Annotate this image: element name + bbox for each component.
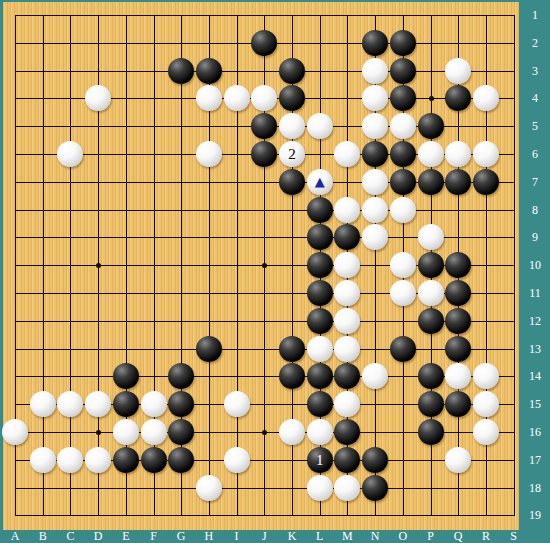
stone-black (390, 336, 416, 362)
stone-white (334, 475, 360, 501)
stone-white (418, 280, 444, 306)
grid-line-horizontal (15, 488, 515, 489)
stone-white (445, 141, 471, 167)
stone-white (362, 363, 388, 389)
stone-white (30, 391, 56, 417)
stone-black (445, 308, 471, 334)
stone-black (307, 197, 333, 223)
stone-black (334, 224, 360, 250)
stone-black (251, 141, 277, 167)
stone-black (307, 280, 333, 306)
stone-black (307, 252, 333, 278)
stone-white (473, 391, 499, 417)
stone-white (334, 141, 360, 167)
stone-white (2, 419, 28, 445)
stone-black (418, 419, 444, 445)
stone-black (307, 224, 333, 250)
stone-black (390, 30, 416, 56)
row-label: 10 (529, 259, 541, 271)
stone-white (141, 391, 167, 417)
row-label: 4 (532, 92, 538, 104)
column-label: K (288, 530, 297, 542)
column-label: J (262, 530, 267, 542)
column-label: Q (454, 530, 463, 542)
stone-black (418, 169, 444, 195)
stone-black (362, 475, 388, 501)
row-label: 19 (529, 509, 541, 521)
stone-black (445, 391, 471, 417)
row-label: 12 (529, 315, 541, 327)
column-label: C (66, 530, 74, 542)
stone-black (141, 447, 167, 473)
row-label: 16 (529, 426, 541, 438)
stone-black (445, 169, 471, 195)
column-label: I (235, 530, 239, 542)
stone-white (85, 85, 111, 111)
stone-black (279, 336, 305, 362)
stone-black (390, 85, 416, 111)
row-label: 1 (532, 9, 538, 21)
stone-white (445, 58, 471, 84)
stone-black (196, 58, 222, 84)
stone-black (390, 169, 416, 195)
hoshi-point (262, 263, 267, 268)
stone-white (418, 224, 444, 250)
move-number-label: 1 (316, 452, 324, 467)
stone-black (168, 391, 194, 417)
stone-black (279, 363, 305, 389)
stone-black (390, 141, 416, 167)
stone-black (473, 169, 499, 195)
row-label: 13 (529, 343, 541, 355)
stone-white (334, 391, 360, 417)
stone-white (307, 113, 333, 139)
stone-black (279, 85, 305, 111)
stone-white (362, 85, 388, 111)
column-label: A (11, 530, 20, 542)
column-label: H (205, 530, 214, 542)
stone-black (113, 363, 139, 389)
column-label: P (427, 530, 434, 542)
stone-white (473, 363, 499, 389)
stone-black (307, 363, 333, 389)
stone-white (196, 141, 222, 167)
stone-white (362, 113, 388, 139)
stone-white (141, 419, 167, 445)
stone-white (196, 85, 222, 111)
row-label: 3 (532, 65, 538, 77)
column-label: N (371, 530, 380, 542)
stone-black (168, 447, 194, 473)
stone-black (113, 447, 139, 473)
stone-black (445, 85, 471, 111)
stone-white (85, 391, 111, 417)
stone-white (30, 447, 56, 473)
stone-white (224, 85, 250, 111)
stone-black (418, 308, 444, 334)
column-label: O (398, 530, 407, 542)
stone-black (418, 363, 444, 389)
column-label: F (150, 530, 157, 542)
stone-black (196, 336, 222, 362)
stone-white (390, 113, 416, 139)
stone-black (168, 363, 194, 389)
stone-black (334, 447, 360, 473)
stone-white (473, 141, 499, 167)
stone-white (334, 197, 360, 223)
stone-black (307, 391, 333, 417)
stone-white (390, 252, 416, 278)
stone-white (196, 475, 222, 501)
move-number-label: 2 (288, 147, 296, 162)
stone-white (362, 197, 388, 223)
hoshi-point (96, 430, 101, 435)
hoshi-point (96, 263, 101, 268)
stone-white (224, 391, 250, 417)
stone-white (279, 419, 305, 445)
stone-white (418, 141, 444, 167)
stone-black (445, 280, 471, 306)
go-board[interactable]: 21▲ABCDEFGHIJKLMNOPQRS123456789101112131… (0, 0, 550, 543)
stone-white (390, 197, 416, 223)
stone-white (334, 252, 360, 278)
column-label: S (510, 530, 517, 542)
grid-line-horizontal (15, 515, 515, 516)
stone-black (390, 58, 416, 84)
stone-white (113, 419, 139, 445)
stone-white (307, 475, 333, 501)
column-label: E (122, 530, 129, 542)
stone-white (334, 308, 360, 334)
stone-black (418, 391, 444, 417)
row-label: 8 (532, 204, 538, 216)
stone-black (251, 30, 277, 56)
stone-white (362, 224, 388, 250)
column-label: G (177, 530, 186, 542)
stone-black (362, 141, 388, 167)
stone-black (279, 58, 305, 84)
hoshi-point (429, 96, 434, 101)
stone-white (307, 336, 333, 362)
column-label: R (482, 530, 490, 542)
stone-black (334, 363, 360, 389)
stone-black (251, 113, 277, 139)
stone-black (445, 336, 471, 362)
stone-white (473, 419, 499, 445)
stone-white (57, 141, 83, 167)
stone-black (418, 252, 444, 278)
stone-white (307, 419, 333, 445)
grid-line-vertical (514, 15, 515, 516)
row-label: 15 (529, 398, 541, 410)
column-label: L (316, 530, 323, 542)
stone-black (113, 391, 139, 417)
stone-black (279, 169, 305, 195)
stone-white (473, 85, 499, 111)
stone-black (418, 113, 444, 139)
triangle-marker: ▲ (315, 174, 325, 187)
row-label: 2 (532, 37, 538, 49)
column-label: D (94, 530, 103, 542)
hoshi-point (262, 430, 267, 435)
column-label: M (342, 530, 353, 542)
row-label: 6 (532, 148, 538, 160)
stone-white (57, 391, 83, 417)
row-label: 7 (532, 176, 538, 188)
stone-white (224, 447, 250, 473)
stone-black (334, 419, 360, 445)
stone-white (334, 280, 360, 306)
row-label: 11 (529, 287, 541, 299)
row-label: 14 (529, 370, 541, 382)
stone-white (390, 280, 416, 306)
stone-black (168, 419, 194, 445)
stone-white (85, 447, 111, 473)
stone-black (362, 30, 388, 56)
stone-white (251, 85, 277, 111)
row-label: 5 (532, 120, 538, 132)
stone-white (445, 363, 471, 389)
stone-white (362, 58, 388, 84)
stone-white (445, 447, 471, 473)
stone-white (57, 447, 83, 473)
stone-black (307, 308, 333, 334)
row-label: 18 (529, 482, 541, 494)
row-label: 17 (529, 454, 541, 466)
stone-white (279, 113, 305, 139)
grid-line-horizontal (15, 349, 515, 350)
stone-black (445, 252, 471, 278)
stone-white (362, 169, 388, 195)
stone-black (362, 447, 388, 473)
stone-white (334, 336, 360, 362)
column-label: B (39, 530, 47, 542)
row-label: 9 (532, 231, 538, 243)
stone-black (168, 58, 194, 84)
